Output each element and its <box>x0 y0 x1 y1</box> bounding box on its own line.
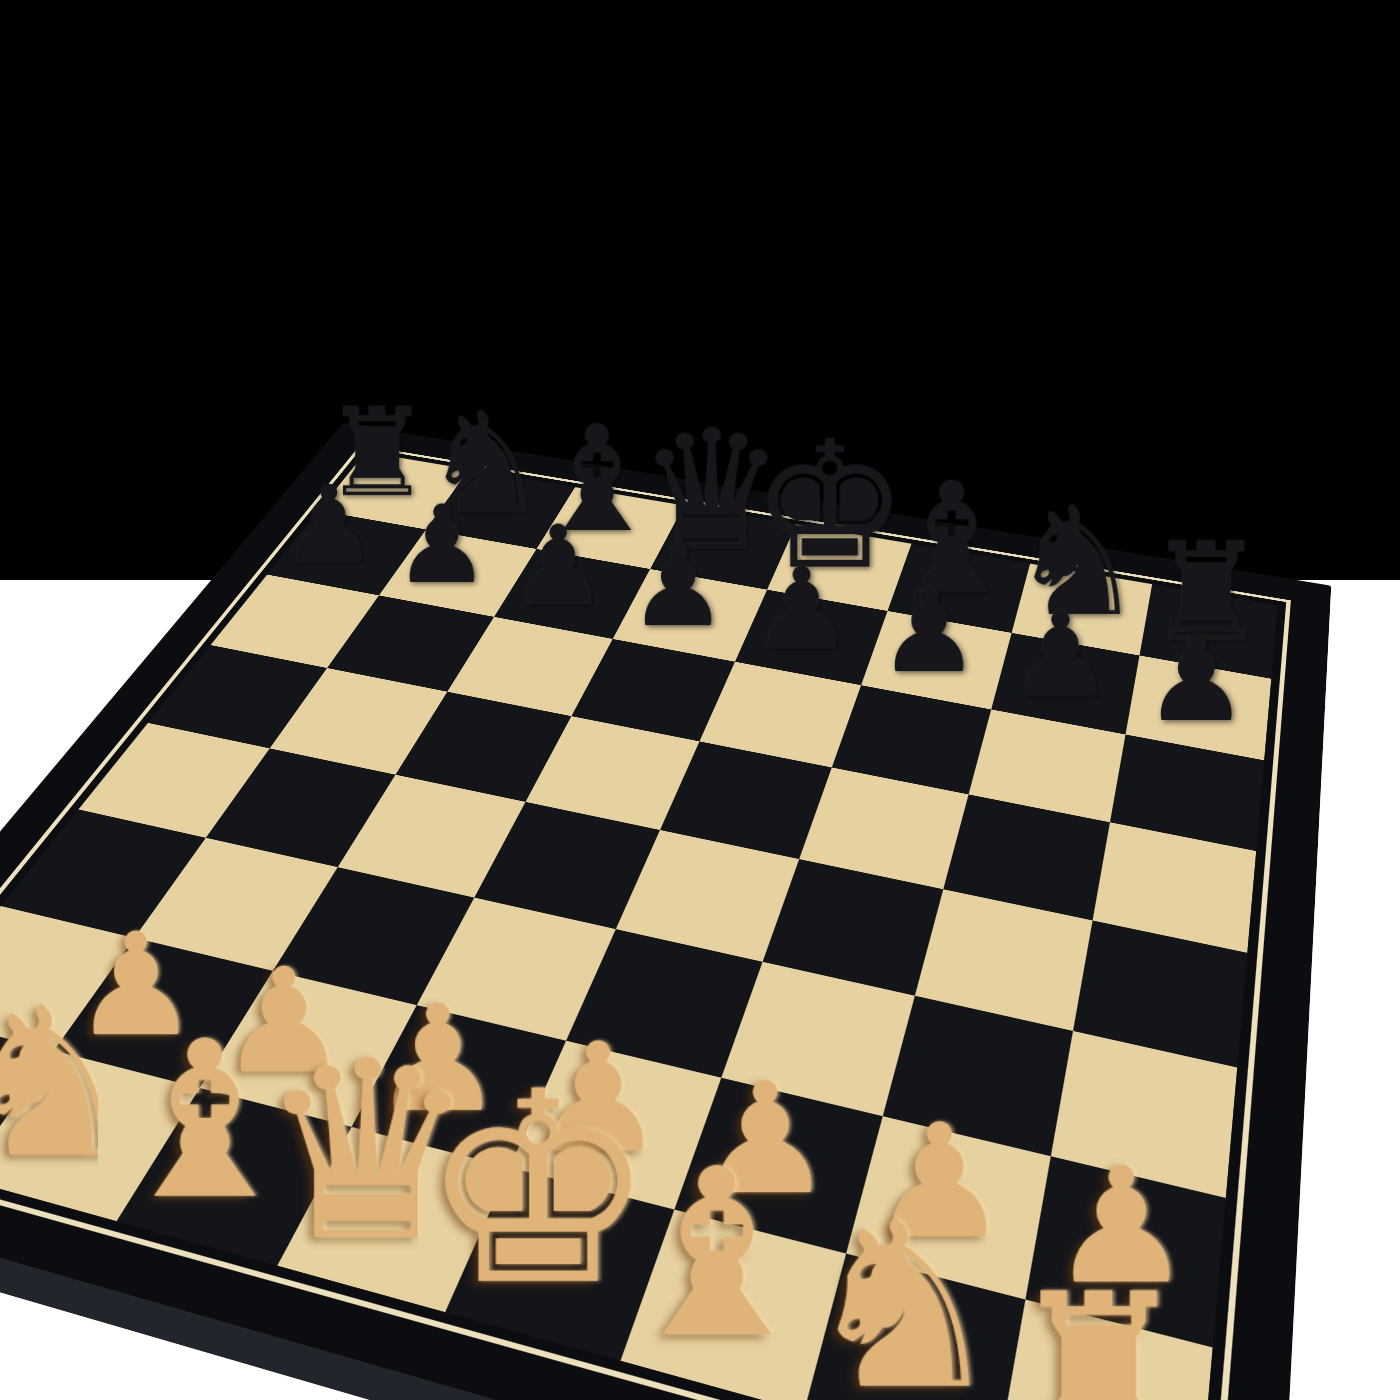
product-photo-stage: ♜♞♝♛♚♝♞♜♟♟♟♟♟♟♟♟♟♟♟♟♟♟♟♟♜♞♝♛♚♝♞♜ <box>0 0 1400 1400</box>
chessboard: ♜♞♝♛♚♝♞♜♟♟♟♟♟♟♟♟♟♟♟♟♟♟♟♟♜♞♝♛♚♝♞♜ <box>0 423 1331 1400</box>
chessboard-scene: ♜♞♝♛♚♝♞♜♟♟♟♟♟♟♟♟♟♟♟♟♟♟♟♟♜♞♝♛♚♝♞♜ <box>0 0 1400 1400</box>
